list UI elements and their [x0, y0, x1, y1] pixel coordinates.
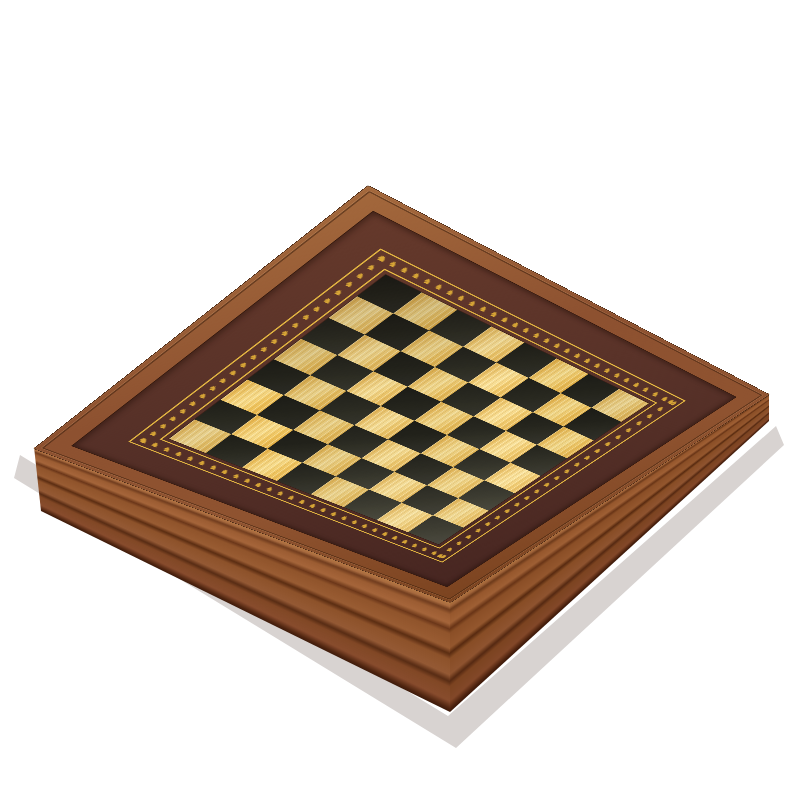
- photo-canvas: Empty miniature wooden chessboard photog…: [0, 0, 800, 800]
- scene-caption: Empty miniature wooden chessboard photog…: [0, 0, 1, 1]
